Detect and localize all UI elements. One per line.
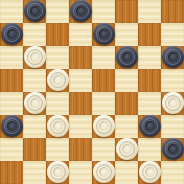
piece-inner-disc <box>99 167 109 177</box>
square-h5 <box>161 69 184 92</box>
square-c7[interactable] <box>46 23 69 46</box>
piece-inner-disc <box>168 98 178 108</box>
square-g1[interactable] <box>138 161 161 184</box>
square-e2 <box>92 138 115 161</box>
piece-inner-disc <box>122 52 132 62</box>
square-g7[interactable] <box>138 23 161 46</box>
square-g8 <box>138 0 161 23</box>
square-a8 <box>0 0 23 23</box>
square-d4[interactable] <box>69 92 92 115</box>
square-b7 <box>23 23 46 46</box>
black-man[interactable] <box>70 0 92 22</box>
piece-inner-disc <box>145 121 155 131</box>
square-c5[interactable] <box>46 69 69 92</box>
square-a5[interactable] <box>0 69 23 92</box>
black-man[interactable] <box>24 0 46 22</box>
square-b8[interactable] <box>23 0 46 23</box>
black-man[interactable] <box>162 46 184 68</box>
piece-inner-disc <box>99 121 109 131</box>
white-man[interactable] <box>47 161 69 183</box>
black-man[interactable] <box>162 138 184 160</box>
square-c4 <box>46 92 69 115</box>
square-d3 <box>69 115 92 138</box>
piece-inner-disc <box>168 52 178 62</box>
square-h1 <box>161 161 184 184</box>
square-e8 <box>92 0 115 23</box>
square-c8 <box>46 0 69 23</box>
square-f1 <box>115 161 138 184</box>
square-g3[interactable] <box>138 115 161 138</box>
square-g5[interactable] <box>138 69 161 92</box>
square-h4[interactable] <box>161 92 184 115</box>
piece-inner-disc <box>145 167 155 177</box>
white-man[interactable] <box>93 161 115 183</box>
square-d7 <box>69 23 92 46</box>
piece-inner-disc <box>122 144 132 154</box>
piece-inner-disc <box>53 121 63 131</box>
square-d8[interactable] <box>69 0 92 23</box>
square-b2[interactable] <box>23 138 46 161</box>
black-man[interactable] <box>1 23 23 45</box>
square-d6[interactable] <box>69 46 92 69</box>
piece-inner-disc <box>99 29 109 39</box>
white-man[interactable] <box>47 69 69 91</box>
black-man[interactable] <box>1 115 23 137</box>
square-h8[interactable] <box>161 0 184 23</box>
square-e6 <box>92 46 115 69</box>
square-f7 <box>115 23 138 46</box>
square-a3[interactable] <box>0 115 23 138</box>
square-b4[interactable] <box>23 92 46 115</box>
white-man[interactable] <box>139 161 161 183</box>
square-d1 <box>69 161 92 184</box>
square-e7[interactable] <box>92 23 115 46</box>
square-a6 <box>0 46 23 69</box>
square-c6 <box>46 46 69 69</box>
white-man[interactable] <box>24 92 46 114</box>
black-man[interactable] <box>116 46 138 68</box>
square-c3[interactable] <box>46 115 69 138</box>
square-f6[interactable] <box>115 46 138 69</box>
piece-inner-disc <box>7 29 17 39</box>
square-b1 <box>23 161 46 184</box>
square-c2 <box>46 138 69 161</box>
square-f8[interactable] <box>115 0 138 23</box>
checkers-board <box>0 0 184 184</box>
white-man[interactable] <box>47 115 69 137</box>
white-man[interactable] <box>116 138 138 160</box>
square-a7[interactable] <box>0 23 23 46</box>
square-h6[interactable] <box>161 46 184 69</box>
square-h2[interactable] <box>161 138 184 161</box>
square-a2 <box>0 138 23 161</box>
white-man[interactable] <box>93 115 115 137</box>
square-g2 <box>138 138 161 161</box>
piece-inner-disc <box>30 6 40 16</box>
piece-inner-disc <box>168 144 178 154</box>
square-d5 <box>69 69 92 92</box>
square-d2[interactable] <box>69 138 92 161</box>
piece-inner-disc <box>76 6 86 16</box>
square-h3 <box>161 115 184 138</box>
white-man[interactable] <box>24 46 46 68</box>
square-a1[interactable] <box>0 161 23 184</box>
square-b6[interactable] <box>23 46 46 69</box>
square-f5 <box>115 69 138 92</box>
piece-inner-disc <box>30 98 40 108</box>
piece-inner-disc <box>30 52 40 62</box>
square-f2[interactable] <box>115 138 138 161</box>
square-f4[interactable] <box>115 92 138 115</box>
square-e4 <box>92 92 115 115</box>
black-man[interactable] <box>139 115 161 137</box>
white-man[interactable] <box>162 92 184 114</box>
square-e5[interactable] <box>92 69 115 92</box>
piece-inner-disc <box>53 75 63 85</box>
square-g6 <box>138 46 161 69</box>
black-man[interactable] <box>93 23 115 45</box>
square-e1[interactable] <box>92 161 115 184</box>
square-e3[interactable] <box>92 115 115 138</box>
square-c1[interactable] <box>46 161 69 184</box>
square-a4 <box>0 92 23 115</box>
piece-inner-disc <box>7 121 17 131</box>
square-f3 <box>115 115 138 138</box>
square-b3 <box>23 115 46 138</box>
piece-inner-disc <box>53 167 63 177</box>
square-b5 <box>23 69 46 92</box>
square-g4 <box>138 92 161 115</box>
square-h7 <box>161 23 184 46</box>
